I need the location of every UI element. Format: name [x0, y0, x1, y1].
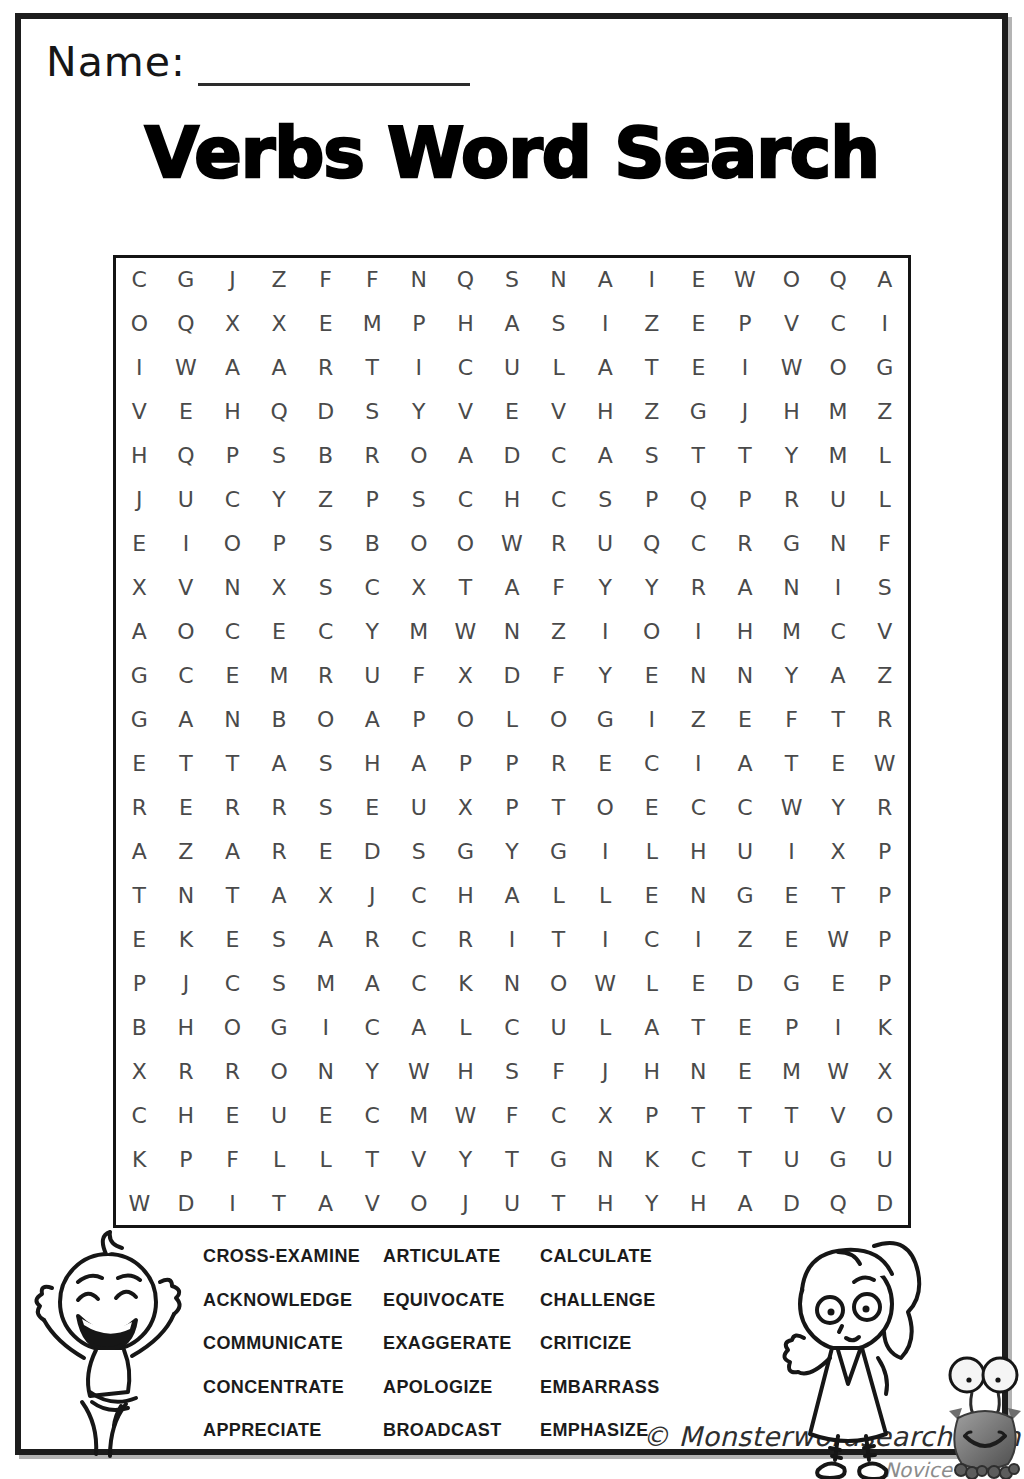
grid-cell[interactable]: S — [489, 1049, 536, 1093]
grid-cell[interactable]: Z — [535, 610, 582, 654]
grid-cell[interactable]: Y — [256, 478, 303, 522]
grid-cell[interactable]: C — [116, 1093, 163, 1137]
grid-cell[interactable]: T — [722, 1137, 769, 1181]
grid-cell[interactable]: T — [349, 1137, 396, 1181]
grid-cell[interactable]: R — [116, 785, 163, 829]
grid-cell[interactable]: V — [442, 390, 489, 434]
grid-cell[interactable]: E — [209, 1093, 256, 1137]
grid-cell[interactable]: R — [209, 785, 256, 829]
word-list-item[interactable]: BROADCAST — [383, 1420, 540, 1464]
grid-cell[interactable]: H — [489, 478, 536, 522]
grid-cell[interactable]: R — [442, 917, 489, 961]
grid-cell[interactable]: R — [302, 654, 349, 698]
grid-cell[interactable]: E — [489, 390, 536, 434]
grid-cell[interactable]: S — [489, 258, 536, 302]
grid-cell[interactable]: W — [116, 1181, 163, 1225]
grid-cell[interactable]: T — [815, 873, 862, 917]
grid-cell[interactable]: A — [442, 434, 489, 478]
grid-cell[interactable]: A — [582, 434, 629, 478]
grid-cell[interactable]: T — [628, 346, 675, 390]
grid-cell[interactable]: G — [722, 873, 769, 917]
grid-cell[interactable]: O — [535, 698, 582, 742]
grid-cell[interactable]: A — [209, 346, 256, 390]
grid-cell[interactable]: T — [349, 346, 396, 390]
word-list-item[interactable]: APPRECIATE — [203, 1420, 383, 1464]
grid-cell[interactable]: H — [349, 741, 396, 785]
word-list-item[interactable]: CRITICIZE — [540, 1333, 715, 1377]
grid-cell[interactable]: A — [722, 741, 769, 785]
grid-cell[interactable]: I — [209, 1181, 256, 1225]
grid-cell[interactable]: E — [256, 610, 303, 654]
grid-cell[interactable]: R — [256, 785, 303, 829]
grid-cell[interactable]: F — [861, 522, 908, 566]
grid-cell[interactable]: Q — [815, 258, 862, 302]
grid-cell[interactable]: T — [256, 1181, 303, 1225]
grid-cell[interactable]: P — [861, 873, 908, 917]
grid-cell[interactable]: Q — [815, 1181, 862, 1225]
grid-cell[interactable]: S — [302, 785, 349, 829]
grid-cell[interactable]: W — [815, 917, 862, 961]
grid-cell[interactable]: F — [349, 258, 396, 302]
grid-cell[interactable]: F — [302, 258, 349, 302]
grid-cell[interactable]: C — [396, 873, 443, 917]
grid-cell[interactable]: J — [349, 873, 396, 917]
grid-cell[interactable]: Z — [256, 258, 303, 302]
grid-cell[interactable]: C — [442, 478, 489, 522]
grid-cell[interactable]: P — [489, 785, 536, 829]
grid-cell[interactable]: H — [442, 1049, 489, 1093]
grid-cell[interactable]: G — [675, 390, 722, 434]
grid-cell[interactable]: C — [722, 785, 769, 829]
grid-cell[interactable]: H — [442, 302, 489, 346]
grid-cell[interactable]: A — [116, 829, 163, 873]
grid-cell[interactable]: R — [535, 741, 582, 785]
grid-cell[interactable]: O — [768, 258, 815, 302]
grid-cell[interactable]: N — [489, 961, 536, 1005]
grid-cell[interactable]: H — [768, 390, 815, 434]
grid-cell[interactable]: N — [675, 654, 722, 698]
grid-cell[interactable]: B — [302, 434, 349, 478]
grid-cell[interactable]: Z — [722, 917, 769, 961]
grid-cell[interactable]: P — [349, 478, 396, 522]
grid-cell[interactable]: T — [489, 1137, 536, 1181]
grid-cell[interactable]: D — [163, 1181, 210, 1225]
grid-cell[interactable]: P — [116, 961, 163, 1005]
grid-cell[interactable]: N — [675, 873, 722, 917]
grid-cell[interactable]: V — [116, 390, 163, 434]
grid-cell[interactable]: A — [349, 698, 396, 742]
grid-cell[interactable]: D — [722, 961, 769, 1005]
grid-cell[interactable]: D — [768, 1181, 815, 1225]
grid-cell[interactable]: L — [302, 1137, 349, 1181]
grid-cell[interactable]: S — [396, 478, 443, 522]
word-list-item[interactable]: CHALLENGE — [540, 1290, 715, 1334]
grid-cell[interactable]: I — [396, 346, 443, 390]
grid-cell[interactable]: G — [442, 829, 489, 873]
grid-cell[interactable]: A — [628, 1005, 675, 1049]
grid-cell[interactable]: P — [628, 478, 675, 522]
grid-cell[interactable]: U — [535, 1005, 582, 1049]
word-list-item[interactable]: CROSS-EXAMINE — [203, 1246, 383, 1290]
grid-cell[interactable]: H — [163, 1093, 210, 1137]
grid-cell[interactable]: V — [768, 302, 815, 346]
grid-cell[interactable]: R — [861, 785, 908, 829]
grid-cell[interactable]: S — [861, 566, 908, 610]
grid-cell[interactable]: X — [209, 302, 256, 346]
grid-cell[interactable]: C — [396, 917, 443, 961]
grid-cell[interactable]: S — [256, 434, 303, 478]
grid-cell[interactable]: Z — [861, 654, 908, 698]
grid-cell[interactable]: E — [163, 390, 210, 434]
grid-cell[interactable]: Y — [768, 434, 815, 478]
grid-cell[interactable]: U — [722, 829, 769, 873]
grid-cell[interactable]: N — [209, 566, 256, 610]
grid-cell[interactable]: P — [442, 741, 489, 785]
word-list-item[interactable]: ARTICULATE — [383, 1246, 540, 1290]
grid-cell[interactable]: W — [768, 785, 815, 829]
grid-cell[interactable]: P — [209, 434, 256, 478]
grid-cell[interactable]: N — [163, 873, 210, 917]
grid-cell[interactable]: C — [815, 610, 862, 654]
grid-cell[interactable]: X — [442, 654, 489, 698]
grid-cell[interactable]: L — [861, 478, 908, 522]
grid-cell[interactable]: N — [209, 698, 256, 742]
grid-cell[interactable]: I — [628, 698, 675, 742]
grid-cell[interactable]: W — [489, 522, 536, 566]
grid-cell[interactable]: Q — [675, 478, 722, 522]
grid-cell[interactable]: Z — [302, 478, 349, 522]
grid-cell[interactable]: Q — [163, 302, 210, 346]
grid-cell[interactable]: U — [768, 1137, 815, 1181]
grid-cell[interactable]: C — [209, 610, 256, 654]
grid-cell[interactable]: A — [582, 258, 629, 302]
grid-cell[interactable]: I — [582, 917, 629, 961]
grid-cell[interactable]: F — [535, 654, 582, 698]
grid-cell[interactable]: U — [396, 785, 443, 829]
grid-cell[interactable]: K — [116, 1137, 163, 1181]
grid-cell[interactable]: M — [256, 654, 303, 698]
grid-cell[interactable]: O — [815, 346, 862, 390]
grid-cell[interactable]: J — [209, 258, 256, 302]
grid-cell[interactable]: O — [256, 1049, 303, 1093]
grid-cell[interactable]: X — [861, 1049, 908, 1093]
grid-cell[interactable]: R — [349, 434, 396, 478]
grid-cell[interactable]: B — [116, 1005, 163, 1049]
grid-cell[interactable]: F — [535, 1049, 582, 1093]
grid-cell[interactable]: L — [582, 1005, 629, 1049]
grid-cell[interactable]: O — [442, 698, 489, 742]
grid-cell[interactable]: O — [396, 1181, 443, 1225]
grid-cell[interactable]: W — [442, 1093, 489, 1137]
grid-cell[interactable]: I — [582, 829, 629, 873]
grid-cell[interactable]: W — [396, 1049, 443, 1093]
grid-cell[interactable]: A — [349, 961, 396, 1005]
grid-cell[interactable]: S — [349, 390, 396, 434]
grid-cell[interactable]: T — [675, 1005, 722, 1049]
grid-cell[interactable]: W — [861, 741, 908, 785]
grid-cell[interactable]: E — [349, 785, 396, 829]
grid-cell[interactable]: S — [396, 829, 443, 873]
grid-cell[interactable]: E — [815, 741, 862, 785]
grid-cell[interactable]: I — [582, 302, 629, 346]
grid-cell[interactable]: H — [209, 390, 256, 434]
grid-cell[interactable]: O — [442, 522, 489, 566]
grid-cell[interactable]: A — [256, 741, 303, 785]
grid-cell[interactable]: C — [349, 1093, 396, 1137]
grid-cell[interactable]: O — [163, 610, 210, 654]
grid-cell[interactable]: A — [861, 258, 908, 302]
grid-cell[interactable]: R — [535, 522, 582, 566]
grid-cell[interactable]: P — [489, 741, 536, 785]
grid-cell[interactable]: A — [302, 917, 349, 961]
grid-cell[interactable]: D — [349, 829, 396, 873]
grid-cell[interactable]: E — [675, 961, 722, 1005]
grid-cell[interactable]: Y — [768, 654, 815, 698]
grid-cell[interactable]: R — [768, 478, 815, 522]
grid-cell[interactable]: T — [116, 873, 163, 917]
grid-cell[interactable]: A — [489, 873, 536, 917]
grid-cell[interactable]: T — [722, 434, 769, 478]
grid-cell[interactable]: X — [116, 1049, 163, 1093]
grid-cell[interactable]: F — [768, 698, 815, 742]
grid-cell[interactable]: O — [116, 302, 163, 346]
grid-cell[interactable]: U — [815, 478, 862, 522]
grid-cell[interactable]: D — [489, 434, 536, 478]
grid-cell[interactable]: C — [349, 1005, 396, 1049]
grid-cell[interactable]: U — [349, 654, 396, 698]
grid-cell[interactable]: A — [302, 1181, 349, 1225]
grid-cell[interactable]: P — [722, 302, 769, 346]
grid-cell[interactable]: E — [768, 873, 815, 917]
grid-cell[interactable]: T — [209, 873, 256, 917]
grid-cell[interactable]: G — [116, 698, 163, 742]
grid-cell[interactable]: I — [675, 741, 722, 785]
grid-cell[interactable]: S — [628, 434, 675, 478]
grid-cell[interactable]: C — [116, 258, 163, 302]
grid-cell[interactable]: N — [768, 566, 815, 610]
grid-cell[interactable]: B — [256, 698, 303, 742]
grid-cell[interactable]: R — [349, 917, 396, 961]
grid-cell[interactable]: G — [256, 1005, 303, 1049]
grid-cell[interactable]: P — [722, 478, 769, 522]
grid-cell[interactable]: J — [722, 390, 769, 434]
grid-cell[interactable]: M — [349, 302, 396, 346]
grid-cell[interactable]: S — [302, 566, 349, 610]
grid-cell[interactable]: C — [628, 917, 675, 961]
grid-cell[interactable]: O — [396, 522, 443, 566]
grid-cell[interactable]: D — [302, 390, 349, 434]
grid-cell[interactable]: W — [768, 346, 815, 390]
grid-cell[interactable]: U — [489, 1181, 536, 1225]
grid-cell[interactable]: N — [675, 1049, 722, 1093]
grid-cell[interactable]: L — [489, 698, 536, 742]
grid-cell[interactable]: P — [861, 961, 908, 1005]
grid-cell[interactable]: C — [209, 478, 256, 522]
grid-cell[interactable]: F — [535, 566, 582, 610]
grid-cell[interactable]: S — [535, 302, 582, 346]
grid-cell[interactable]: K — [442, 961, 489, 1005]
word-list-item[interactable]: EXAGGERATE — [383, 1333, 540, 1377]
grid-cell[interactable]: E — [675, 302, 722, 346]
grid-cell[interactable]: O — [302, 698, 349, 742]
grid-cell[interactable]: P — [861, 829, 908, 873]
grid-cell[interactable]: M — [768, 1049, 815, 1093]
grid-cell[interactable]: K — [163, 917, 210, 961]
grid-cell[interactable]: H — [722, 610, 769, 654]
grid-cell[interactable]: V — [815, 1093, 862, 1137]
grid-cell[interactable]: E — [628, 873, 675, 917]
grid-cell[interactable]: E — [302, 1093, 349, 1137]
grid-cell[interactable]: R — [675, 566, 722, 610]
grid-cell[interactable]: O — [861, 1093, 908, 1137]
grid-cell[interactable]: T — [722, 1093, 769, 1137]
grid-cell[interactable]: V — [861, 610, 908, 654]
grid-cell[interactable]: Z — [628, 390, 675, 434]
grid-cell[interactable]: X — [815, 829, 862, 873]
grid-cell[interactable]: C — [535, 1093, 582, 1137]
grid-cell[interactable]: Y — [582, 566, 629, 610]
grid-cell[interactable]: J — [116, 478, 163, 522]
grid-cell[interactable]: W — [582, 961, 629, 1005]
grid-cell[interactable]: O — [209, 1005, 256, 1049]
grid-cell[interactable]: K — [861, 1005, 908, 1049]
grid-cell[interactable]: D — [861, 1181, 908, 1225]
grid-cell[interactable]: H — [116, 434, 163, 478]
grid-cell[interactable]: J — [442, 1181, 489, 1225]
grid-cell[interactable]: A — [396, 1005, 443, 1049]
grid-cell[interactable]: I — [675, 917, 722, 961]
grid-cell[interactable]: E — [116, 522, 163, 566]
grid-cell[interactable]: S — [256, 917, 303, 961]
grid-cell[interactable]: P — [768, 1005, 815, 1049]
grid-cell[interactable]: G — [163, 258, 210, 302]
grid-cell[interactable]: R — [163, 1049, 210, 1093]
word-list-item[interactable]: COMMUNICATE — [203, 1333, 383, 1377]
grid-cell[interactable]: Z — [163, 829, 210, 873]
grid-cell[interactable]: T — [768, 741, 815, 785]
grid-cell[interactable]: X — [442, 785, 489, 829]
grid-cell[interactable]: I — [722, 346, 769, 390]
grid-cell[interactable]: N — [815, 522, 862, 566]
word-list-item[interactable]: ACKNOWLEDGE — [203, 1290, 383, 1334]
grid-cell[interactable]: T — [442, 566, 489, 610]
grid-cell[interactable]: A — [489, 302, 536, 346]
grid-cell[interactable]: F — [489, 1093, 536, 1137]
grid-cell[interactable]: U — [256, 1093, 303, 1137]
grid-cell[interactable]: C — [628, 741, 675, 785]
grid-cell[interactable]: E — [628, 654, 675, 698]
grid-cell[interactable]: C — [349, 566, 396, 610]
grid-cell[interactable]: H — [675, 1181, 722, 1225]
grid-cell[interactable]: H — [582, 1181, 629, 1225]
grid-cell[interactable]: P — [163, 1137, 210, 1181]
grid-cell[interactable]: E — [675, 258, 722, 302]
word-list-item[interactable]: CONCENTRATE — [203, 1377, 383, 1421]
grid-cell[interactable]: V — [349, 1181, 396, 1225]
grid-cell[interactable]: C — [163, 654, 210, 698]
grid-cell[interactable]: I — [861, 302, 908, 346]
grid-cell[interactable]: I — [116, 346, 163, 390]
grid-cell[interactable]: J — [582, 1049, 629, 1093]
grid-cell[interactable]: Q — [442, 258, 489, 302]
grid-cell[interactable]: I — [163, 522, 210, 566]
grid-cell[interactable]: E — [209, 917, 256, 961]
grid-cell[interactable]: G — [582, 698, 629, 742]
name-blank-line[interactable] — [198, 45, 470, 86]
grid-cell[interactable]: N — [535, 258, 582, 302]
grid-cell[interactable]: N — [489, 610, 536, 654]
grid-cell[interactable]: Z — [861, 390, 908, 434]
grid-cell[interactable]: Y — [349, 610, 396, 654]
grid-cell[interactable]: U — [582, 522, 629, 566]
word-list-item[interactable]: EQUIVOCATE — [383, 1290, 540, 1334]
grid-cell[interactable]: E — [116, 741, 163, 785]
grid-cell[interactable]: T — [535, 1181, 582, 1225]
grid-cell[interactable]: T — [535, 917, 582, 961]
grid-cell[interactable]: C — [396, 961, 443, 1005]
grid-cell[interactable]: T — [768, 1093, 815, 1137]
grid-cell[interactable]: E — [302, 829, 349, 873]
grid-cell[interactable]: A — [116, 610, 163, 654]
grid-cell[interactable]: L — [628, 961, 675, 1005]
grid-cell[interactable]: C — [535, 478, 582, 522]
grid-cell[interactable]: S — [302, 522, 349, 566]
grid-cell[interactable]: M — [302, 961, 349, 1005]
grid-cell[interactable]: E — [163, 785, 210, 829]
grid-cell[interactable]: C — [209, 961, 256, 1005]
grid-cell[interactable]: Y — [489, 829, 536, 873]
grid-cell[interactable]: L — [582, 873, 629, 917]
grid-cell[interactable]: E — [116, 917, 163, 961]
grid-cell[interactable]: V — [396, 1137, 443, 1181]
grid-cell[interactable]: N — [722, 654, 769, 698]
grid-cell[interactable]: S — [302, 741, 349, 785]
grid-cell[interactable]: U — [163, 478, 210, 522]
grid-cell[interactable]: E — [815, 961, 862, 1005]
grid-cell[interactable]: A — [256, 873, 303, 917]
grid-cell[interactable]: O — [396, 434, 443, 478]
grid-cell[interactable]: C — [302, 610, 349, 654]
grid-cell[interactable]: E — [582, 741, 629, 785]
grid-cell[interactable]: A — [396, 741, 443, 785]
word-list-item[interactable]: CALCULATE — [540, 1246, 715, 1290]
grid-cell[interactable]: T — [675, 434, 722, 478]
grid-cell[interactable]: T — [815, 698, 862, 742]
grid-cell[interactable]: X — [302, 873, 349, 917]
grid-cell[interactable]: A — [163, 698, 210, 742]
word-list-item[interactable]: EMBARRASS — [540, 1377, 715, 1421]
grid-cell[interactable]: M — [815, 390, 862, 434]
grid-cell[interactable]: H — [582, 390, 629, 434]
grid-cell[interactable]: I — [815, 1005, 862, 1049]
grid-cell[interactable]: C — [535, 434, 582, 478]
grid-cell[interactable]: A — [722, 566, 769, 610]
grid-cell[interactable]: E — [722, 698, 769, 742]
grid-cell[interactable]: Z — [628, 302, 675, 346]
grid-cell[interactable]: T — [675, 1093, 722, 1137]
grid-cell[interactable]: O — [628, 610, 675, 654]
grid-cell[interactable]: P — [861, 917, 908, 961]
grid-cell[interactable]: M — [396, 1093, 443, 1137]
grid-cell[interactable]: G — [535, 829, 582, 873]
grid-cell[interactable]: C — [675, 1137, 722, 1181]
grid-cell[interactable]: Y — [815, 785, 862, 829]
grid-cell[interactable]: E — [302, 302, 349, 346]
grid-cell[interactable]: R — [861, 698, 908, 742]
grid-cell[interactable]: I — [302, 1005, 349, 1049]
grid-cell[interactable]: T — [209, 741, 256, 785]
grid-cell[interactable]: K — [628, 1137, 675, 1181]
